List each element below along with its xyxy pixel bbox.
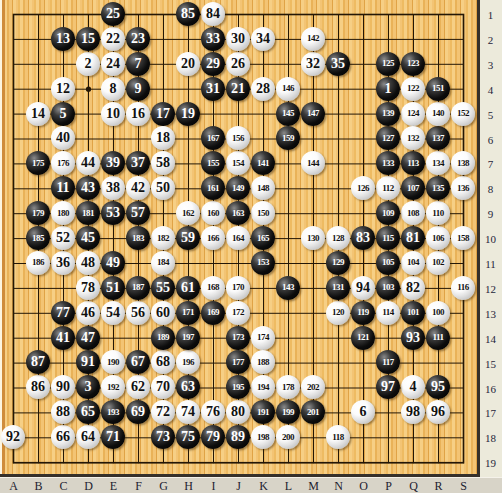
stone-black-69: 69 <box>126 400 150 424</box>
stone-black-167: 167 <box>201 126 225 150</box>
stone-white-44: 44 <box>76 151 100 175</box>
stone-black-31: 31 <box>201 77 225 101</box>
stone-black-197: 197 <box>176 326 200 350</box>
stone-white-134: 134 <box>426 151 450 175</box>
stone-white-48: 48 <box>76 251 100 275</box>
stone-black-73: 73 <box>151 425 175 449</box>
stone-black-129: 129 <box>326 251 350 275</box>
stone-black-171: 171 <box>176 301 200 325</box>
stone-black-3: 3 <box>76 375 100 399</box>
stone-white-96: 96 <box>426 400 450 424</box>
stone-black-195: 195 <box>226 375 250 399</box>
stone-black-65: 65 <box>76 400 100 424</box>
stone-white-198: 198 <box>251 425 275 449</box>
go-kifu-viewer: 1234567891011121314151617181920212223242… <box>0 0 502 493</box>
stone-white-126: 126 <box>351 176 375 200</box>
stone-white-20: 20 <box>176 52 200 76</box>
stone-black-163: 163 <box>226 201 250 225</box>
stone-white-92: 92 <box>1 425 25 449</box>
stone-black-61: 61 <box>176 276 200 300</box>
stone-black-93: 93 <box>401 326 425 350</box>
stone-white-88: 88 <box>51 400 75 424</box>
stone-black-137: 137 <box>426 126 450 150</box>
stone-white-104: 104 <box>401 251 425 275</box>
stone-white-14: 14 <box>26 102 50 126</box>
stone-white-42: 42 <box>126 176 150 200</box>
stone-white-132: 132 <box>401 126 425 150</box>
stone-white-186: 186 <box>26 251 50 275</box>
stone-black-5: 5 <box>51 102 75 126</box>
stone-white-60: 60 <box>151 301 175 325</box>
stone-white-18: 18 <box>151 126 175 150</box>
stone-white-100: 100 <box>426 301 450 325</box>
stone-black-23: 23 <box>126 27 150 51</box>
stone-black-47: 47 <box>76 326 100 350</box>
stone-black-33: 33 <box>201 27 225 51</box>
stone-white-30: 30 <box>226 27 250 51</box>
stone-white-196: 196 <box>176 350 200 374</box>
stone-white-98: 98 <box>401 400 425 424</box>
stone-black-45: 45 <box>76 226 100 250</box>
stone-white-102: 102 <box>426 251 450 275</box>
stone-black-77: 77 <box>51 301 75 325</box>
stone-white-154: 154 <box>226 151 250 175</box>
stone-black-35: 35 <box>326 52 350 76</box>
stone-white-74: 74 <box>176 400 200 424</box>
stone-white-58: 58 <box>151 151 175 175</box>
stone-white-162: 162 <box>176 201 200 225</box>
stone-black-183: 183 <box>126 226 150 250</box>
stone-white-106: 106 <box>426 226 450 250</box>
stone-white-188: 188 <box>251 350 275 374</box>
stone-white-26: 26 <box>226 52 250 76</box>
stone-black-151: 151 <box>426 77 450 101</box>
stone-white-190: 190 <box>101 350 125 374</box>
stone-white-36: 36 <box>51 251 75 275</box>
stone-white-156: 156 <box>226 126 250 150</box>
stone-black-161: 161 <box>201 176 225 200</box>
stone-black-107: 107 <box>401 176 425 200</box>
stone-black-85: 85 <box>176 2 200 26</box>
stone-white-84: 84 <box>201 2 225 26</box>
stone-black-145: 145 <box>276 102 300 126</box>
stone-white-116: 116 <box>451 276 475 300</box>
stone-black-1: 1 <box>376 77 400 101</box>
stone-black-143: 143 <box>276 276 300 300</box>
stone-white-28: 28 <box>251 77 275 101</box>
stone-black-193: 193 <box>101 400 125 424</box>
stone-white-172: 172 <box>226 301 250 325</box>
stone-white-70: 70 <box>151 375 175 399</box>
stone-white-22: 22 <box>101 27 125 51</box>
stone-black-121: 121 <box>351 326 375 350</box>
stone-black-25: 25 <box>101 2 125 26</box>
stone-black-79: 79 <box>201 425 225 449</box>
stone-white-184: 184 <box>151 251 175 275</box>
stone-white-124: 124 <box>401 102 425 126</box>
stone-black-123: 123 <box>401 52 425 76</box>
stone-white-62: 62 <box>126 375 150 399</box>
stone-white-120: 120 <box>326 301 350 325</box>
stone-black-147: 147 <box>301 102 325 126</box>
stone-black-13: 13 <box>51 27 75 51</box>
stone-white-110: 110 <box>426 201 450 225</box>
stone-black-9: 9 <box>126 77 150 101</box>
stone-black-19: 19 <box>176 102 200 126</box>
stone-white-182: 182 <box>151 226 175 250</box>
stone-black-37: 37 <box>126 151 150 175</box>
stone-black-29: 29 <box>201 52 225 76</box>
stone-black-55: 55 <box>151 276 175 300</box>
stone-white-144: 144 <box>301 151 325 175</box>
stone-white-152: 152 <box>451 102 475 126</box>
stone-black-139: 139 <box>376 102 400 126</box>
stone-black-127: 127 <box>376 126 400 150</box>
stone-white-128: 128 <box>326 226 350 250</box>
stone-black-7: 7 <box>126 52 150 76</box>
stone-black-81: 81 <box>401 226 425 250</box>
stone-black-125: 125 <box>376 52 400 76</box>
stone-black-199: 199 <box>276 400 300 424</box>
stone-white-180: 180 <box>51 201 75 225</box>
stone-white-66: 66 <box>51 425 75 449</box>
stone-white-174: 174 <box>251 326 275 350</box>
stone-white-178: 178 <box>276 375 300 399</box>
stone-white-2: 2 <box>76 52 100 76</box>
stone-white-10: 10 <box>101 102 125 126</box>
stone-black-109: 109 <box>376 201 400 225</box>
stone-white-80: 80 <box>226 400 250 424</box>
stone-black-51: 51 <box>101 276 125 300</box>
stone-black-149: 149 <box>226 176 250 200</box>
stone-white-130: 130 <box>301 226 325 250</box>
stone-black-153: 153 <box>251 251 275 275</box>
stone-black-165: 165 <box>251 226 275 250</box>
stone-black-101: 101 <box>401 301 425 325</box>
stone-black-75: 75 <box>176 425 200 449</box>
stone-black-185: 185 <box>26 226 50 250</box>
stones-layer: 1234567891011121314151617181920212223242… <box>1 2 476 475</box>
stone-black-191: 191 <box>251 400 275 424</box>
stone-black-155: 155 <box>201 151 225 175</box>
stone-black-201: 201 <box>301 400 325 424</box>
stone-black-21: 21 <box>226 77 250 101</box>
stone-black-119: 119 <box>351 301 375 325</box>
stone-black-111: 111 <box>426 326 450 350</box>
stone-white-136: 136 <box>451 176 475 200</box>
stone-black-177: 177 <box>226 350 250 374</box>
stone-black-135: 135 <box>426 176 450 200</box>
stone-white-12: 12 <box>51 77 75 101</box>
stone-white-4: 4 <box>401 375 425 399</box>
stone-black-43: 43 <box>76 176 100 200</box>
stone-white-54: 54 <box>101 301 125 325</box>
stone-white-164: 164 <box>226 226 250 250</box>
stone-white-166: 166 <box>201 226 225 250</box>
stone-white-68: 68 <box>151 350 175 374</box>
stone-white-24: 24 <box>101 52 125 76</box>
stone-black-49: 49 <box>101 251 125 275</box>
stone-black-41: 41 <box>51 326 75 350</box>
stone-black-11: 11 <box>51 176 75 200</box>
stone-black-113: 113 <box>401 151 425 175</box>
stone-white-202: 202 <box>301 375 325 399</box>
stone-black-59: 59 <box>176 226 200 250</box>
stone-white-118: 118 <box>326 425 350 449</box>
stone-black-15: 15 <box>76 27 100 51</box>
stone-white-146: 146 <box>276 77 300 101</box>
stone-white-34: 34 <box>251 27 275 51</box>
stone-black-187: 187 <box>126 276 150 300</box>
stone-white-94: 94 <box>351 276 375 300</box>
stone-white-194: 194 <box>251 375 275 399</box>
stone-black-133: 133 <box>376 151 400 175</box>
stone-black-67: 67 <box>126 350 150 374</box>
stone-white-32: 32 <box>301 52 325 76</box>
stone-black-103: 103 <box>376 276 400 300</box>
stone-white-168: 168 <box>201 276 225 300</box>
stone-black-57: 57 <box>126 201 150 225</box>
stone-white-52: 52 <box>51 226 75 250</box>
stone-white-82: 82 <box>401 276 425 300</box>
stone-black-169: 169 <box>201 301 225 325</box>
stone-black-181: 181 <box>76 201 100 225</box>
stone-black-173: 173 <box>226 326 250 350</box>
stone-black-91: 91 <box>76 350 100 374</box>
stone-white-114: 114 <box>376 301 400 325</box>
stone-white-200: 200 <box>276 425 300 449</box>
stone-black-87: 87 <box>26 350 50 374</box>
stone-white-86: 86 <box>26 375 50 399</box>
stone-black-63: 63 <box>176 375 200 399</box>
stone-white-138: 138 <box>451 151 475 175</box>
stone-black-83: 83 <box>351 226 375 250</box>
stone-black-39: 39 <box>101 151 125 175</box>
stone-black-141: 141 <box>251 151 275 175</box>
stone-white-38: 38 <box>101 176 125 200</box>
stone-white-6: 6 <box>351 400 375 424</box>
stone-black-95: 95 <box>426 375 450 399</box>
stone-white-140: 140 <box>426 102 450 126</box>
stone-white-46: 46 <box>76 301 100 325</box>
stone-white-78: 78 <box>76 276 100 300</box>
stone-black-115: 115 <box>376 226 400 250</box>
stone-black-97: 97 <box>376 375 400 399</box>
stone-black-179: 179 <box>26 201 50 225</box>
stone-black-131: 131 <box>326 276 350 300</box>
stone-white-72: 72 <box>151 400 175 424</box>
stone-black-159: 159 <box>276 126 300 150</box>
stone-black-53: 53 <box>101 201 125 225</box>
stone-white-108: 108 <box>401 201 425 225</box>
stone-white-56: 56 <box>126 301 150 325</box>
stone-white-40: 40 <box>51 126 75 150</box>
stone-white-148: 148 <box>251 176 275 200</box>
stone-white-112: 112 <box>376 176 400 200</box>
stone-white-16: 16 <box>126 102 150 126</box>
stone-black-105: 105 <box>376 251 400 275</box>
stone-white-192: 192 <box>101 375 125 399</box>
stone-white-142: 142 <box>301 27 325 51</box>
stone-white-76: 76 <box>201 400 225 424</box>
stone-white-90: 90 <box>51 375 75 399</box>
stone-white-8: 8 <box>101 77 125 101</box>
stone-white-64: 64 <box>76 425 100 449</box>
stone-white-122: 122 <box>401 77 425 101</box>
stone-white-50: 50 <box>151 176 175 200</box>
stone-black-89: 89 <box>226 425 250 449</box>
stone-black-17: 17 <box>151 102 175 126</box>
stone-black-189: 189 <box>151 326 175 350</box>
stone-black-117: 117 <box>376 350 400 374</box>
stone-white-160: 160 <box>201 201 225 225</box>
stone-white-170: 170 <box>226 276 250 300</box>
stone-black-71: 71 <box>101 425 125 449</box>
stone-white-176: 176 <box>51 151 75 175</box>
stone-black-175: 175 <box>26 151 50 175</box>
stone-white-158: 158 <box>451 226 475 250</box>
stone-white-150: 150 <box>251 201 275 225</box>
